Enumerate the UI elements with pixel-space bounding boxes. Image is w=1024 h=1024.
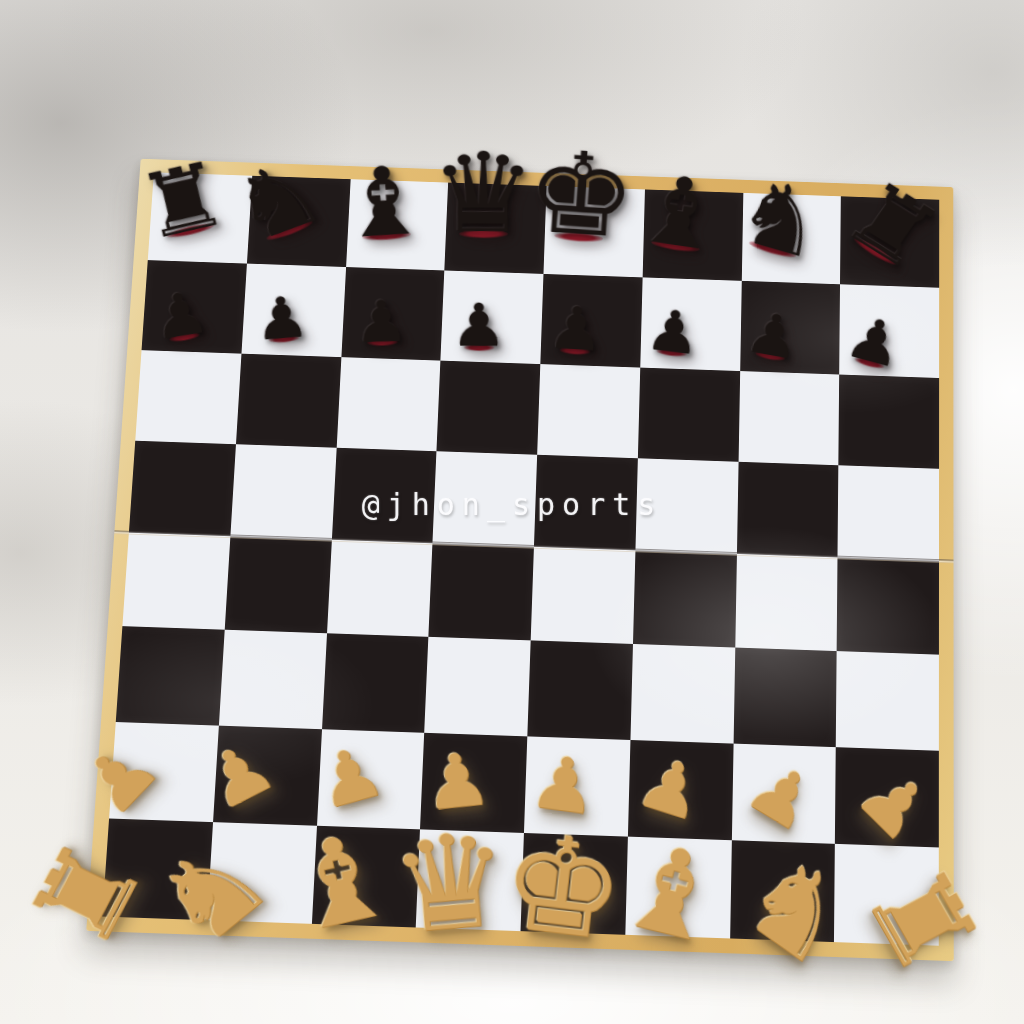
- piece-c1-white-bishop[interactable]: ♝: [283, 831, 402, 946]
- piece-e7-black-pawn[interactable]: ♟: [526, 267, 627, 359]
- piece-e8-black-king[interactable]: ♚: [530, 160, 631, 251]
- white-rook-icon: ♜: [17, 826, 157, 962]
- white-bishop-icon: ♝: [276, 817, 404, 946]
- black-rook-icon: ♜: [833, 169, 953, 282]
- black-pawn-icon: ♟: [546, 300, 606, 358]
- piece-c8-black-bishop[interactable]: ♝: [334, 159, 434, 249]
- chess-board: ♜♞♝♛♚♝♞♜♟♟♟♟♟♟♟♟♟♟♟♟♟♟♟♟♜♞♝♛♚♝♞♜: [86, 159, 953, 961]
- black-pawn-icon: ♟: [643, 302, 703, 361]
- white-pawn-icon: ♟: [847, 757, 943, 852]
- piece-h1-white-rook[interactable]: ♜: [851, 855, 984, 988]
- piece-a7-black-pawn[interactable]: ♟: [124, 250, 232, 350]
- piece-f1-white-bishop[interactable]: ♝: [610, 842, 730, 958]
- piece-c2-white-pawn[interactable]: ♟: [286, 706, 407, 822]
- watermark-text: @jhon_sports: [362, 487, 663, 522]
- black-pawn-icon: ♟: [840, 308, 909, 375]
- piece-f7-black-pawn[interactable]: ♟: [623, 267, 728, 364]
- white-pawn-icon: ♟: [737, 751, 828, 841]
- black-bishop-icon: ♝: [628, 163, 731, 262]
- piece-g8-black-knight[interactable]: ♞: [723, 165, 839, 272]
- black-pawn-icon: ♟: [451, 299, 507, 353]
- product-photo-scene: ♜♞♝♛♚♝♞♜♟♟♟♟♟♟♟♟♟♟♟♟♟♟♟♟♜♞♝♛♚♝♞♜ @jhon_s…: [0, 0, 1024, 1024]
- piece-b1-white-knight[interactable]: ♞: [145, 828, 284, 965]
- piece-f2-white-pawn[interactable]: ♟: [614, 716, 737, 835]
- white-pawn-icon: ♟: [70, 730, 169, 827]
- black-knight-icon: ♞: [220, 147, 334, 255]
- piece-f8-black-bishop[interactable]: ♝: [626, 165, 733, 263]
- piece-b2-white-pawn[interactable]: ♟: [167, 699, 299, 827]
- white-pawn-icon: ♟: [195, 731, 284, 819]
- black-king-icon: ♚: [523, 139, 639, 251]
- white-pawn-icon: ♟: [309, 737, 390, 818]
- black-pawn-icon: ♟: [354, 294, 410, 348]
- black-knight-icon: ♞: [727, 167, 836, 271]
- white-queen-icon: ♛: [387, 819, 514, 948]
- black-bishop-icon: ♝: [336, 156, 432, 249]
- piece-b7-black-pawn[interactable]: ♟: [230, 255, 332, 348]
- piece-e1-white-king[interactable]: ♚: [505, 848, 616, 955]
- white-rook-icon: ♜: [851, 851, 992, 989]
- black-pawn-icon: ♟: [253, 290, 311, 347]
- black-pawn-icon: ♟: [149, 284, 213, 347]
- piece-h2-white-pawn[interactable]: ♟: [835, 728, 973, 863]
- black-pawn-icon: ♟: [742, 304, 805, 366]
- piece-g7-black-pawn[interactable]: ♟: [721, 268, 831, 370]
- piece-g1-white-knight[interactable]: ♞: [726, 846, 863, 982]
- piece-d8-black-queen[interactable]: ♛: [435, 159, 530, 244]
- piece-h7-black-pawn[interactable]: ♟: [821, 273, 936, 381]
- piece-c7-black-pawn[interactable]: ♟: [332, 260, 430, 349]
- piece-h8-black-rook[interactable]: ♜: [829, 165, 958, 285]
- black-queen-icon: ♛: [430, 142, 537, 244]
- piece-a2-white-pawn[interactable]: ♟: [42, 703, 180, 838]
- piece-a1-white-rook[interactable]: ♜: [24, 831, 156, 962]
- white-knight-icon: ♞: [138, 819, 286, 965]
- pieces-layer: ♜♞♝♛♚♝♞♜♟♟♟♟♟♟♟♟♟♟♟♟♟♟♟♟♜♞♝♛♚♝♞♜: [102, 172, 939, 945]
- piece-d1-white-queen[interactable]: ♛: [397, 844, 505, 947]
- piece-d7-black-pawn[interactable]: ♟: [431, 267, 527, 353]
